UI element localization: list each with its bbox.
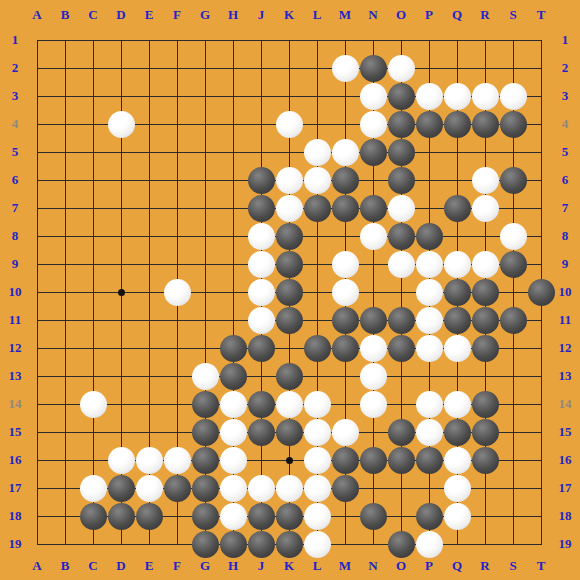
intersection-K18[interactable] bbox=[275, 502, 303, 530]
intersection-F1[interactable] bbox=[163, 26, 191, 54]
intersection-A8[interactable] bbox=[23, 222, 51, 250]
intersection-O9[interactable] bbox=[387, 250, 415, 278]
intersection-O16[interactable] bbox=[387, 446, 415, 474]
intersection-C13[interactable] bbox=[79, 362, 107, 390]
intersection-J19[interactable] bbox=[247, 530, 275, 558]
intersection-K7[interactable] bbox=[275, 194, 303, 222]
intersection-N11[interactable] bbox=[359, 306, 387, 334]
intersection-L17[interactable] bbox=[303, 474, 331, 502]
intersection-B11[interactable] bbox=[51, 306, 79, 334]
intersection-H6[interactable] bbox=[219, 166, 247, 194]
intersection-S10[interactable] bbox=[499, 278, 527, 306]
intersection-L3[interactable] bbox=[303, 82, 331, 110]
intersection-A9[interactable] bbox=[23, 250, 51, 278]
intersection-T17[interactable] bbox=[527, 474, 555, 502]
intersection-J10[interactable] bbox=[247, 278, 275, 306]
intersection-N15[interactable] bbox=[359, 418, 387, 446]
intersection-R8[interactable] bbox=[471, 222, 499, 250]
intersection-G13[interactable] bbox=[191, 362, 219, 390]
intersection-S18[interactable] bbox=[499, 502, 527, 530]
intersection-J18[interactable] bbox=[247, 502, 275, 530]
intersection-S3[interactable] bbox=[499, 82, 527, 110]
intersection-A16[interactable] bbox=[23, 446, 51, 474]
intersection-B19[interactable] bbox=[51, 530, 79, 558]
intersection-G7[interactable] bbox=[191, 194, 219, 222]
intersection-C9[interactable] bbox=[79, 250, 107, 278]
intersection-C2[interactable] bbox=[79, 54, 107, 82]
intersection-N7[interactable] bbox=[359, 194, 387, 222]
intersection-E6[interactable] bbox=[135, 166, 163, 194]
intersection-H11[interactable] bbox=[219, 306, 247, 334]
intersection-L5[interactable] bbox=[303, 138, 331, 166]
intersection-O10[interactable] bbox=[387, 278, 415, 306]
intersection-N6[interactable] bbox=[359, 166, 387, 194]
intersection-M12[interactable] bbox=[331, 334, 359, 362]
intersection-N18[interactable] bbox=[359, 502, 387, 530]
intersection-T14[interactable] bbox=[527, 390, 555, 418]
intersection-K14[interactable] bbox=[275, 390, 303, 418]
intersection-H7[interactable] bbox=[219, 194, 247, 222]
intersection-O1[interactable] bbox=[387, 26, 415, 54]
intersection-Q17[interactable] bbox=[443, 474, 471, 502]
intersection-M3[interactable] bbox=[331, 82, 359, 110]
intersection-F4[interactable] bbox=[163, 110, 191, 138]
intersection-R17[interactable] bbox=[471, 474, 499, 502]
intersection-B8[interactable] bbox=[51, 222, 79, 250]
intersection-S7[interactable] bbox=[499, 194, 527, 222]
intersection-A17[interactable] bbox=[23, 474, 51, 502]
intersection-M8[interactable] bbox=[331, 222, 359, 250]
intersection-K2[interactable] bbox=[275, 54, 303, 82]
intersection-K16[interactable] bbox=[275, 446, 303, 474]
intersection-D5[interactable] bbox=[107, 138, 135, 166]
intersection-T19[interactable] bbox=[527, 530, 555, 558]
intersection-H2[interactable] bbox=[219, 54, 247, 82]
intersection-E19[interactable] bbox=[135, 530, 163, 558]
intersection-L13[interactable] bbox=[303, 362, 331, 390]
intersection-O2[interactable] bbox=[387, 54, 415, 82]
intersection-C14[interactable] bbox=[79, 390, 107, 418]
intersection-J16[interactable] bbox=[247, 446, 275, 474]
intersection-R12[interactable] bbox=[471, 334, 499, 362]
intersection-F3[interactable] bbox=[163, 82, 191, 110]
intersection-H18[interactable] bbox=[219, 502, 247, 530]
intersection-S5[interactable] bbox=[499, 138, 527, 166]
intersection-D13[interactable] bbox=[107, 362, 135, 390]
intersection-F19[interactable] bbox=[163, 530, 191, 558]
intersection-A14[interactable] bbox=[23, 390, 51, 418]
intersection-D6[interactable] bbox=[107, 166, 135, 194]
intersection-C8[interactable] bbox=[79, 222, 107, 250]
intersection-L6[interactable] bbox=[303, 166, 331, 194]
intersection-Q3[interactable] bbox=[443, 82, 471, 110]
intersection-Q19[interactable] bbox=[443, 530, 471, 558]
intersection-O3[interactable] bbox=[387, 82, 415, 110]
intersection-Q10[interactable] bbox=[443, 278, 471, 306]
intersection-G8[interactable] bbox=[191, 222, 219, 250]
intersection-L15[interactable] bbox=[303, 418, 331, 446]
intersection-D19[interactable] bbox=[107, 530, 135, 558]
intersection-N3[interactable] bbox=[359, 82, 387, 110]
intersection-O6[interactable] bbox=[387, 166, 415, 194]
intersection-L10[interactable] bbox=[303, 278, 331, 306]
intersection-M11[interactable] bbox=[331, 306, 359, 334]
intersection-G11[interactable] bbox=[191, 306, 219, 334]
intersection-D10[interactable] bbox=[107, 278, 135, 306]
intersection-T6[interactable] bbox=[527, 166, 555, 194]
intersection-G9[interactable] bbox=[191, 250, 219, 278]
intersection-J7[interactable] bbox=[247, 194, 275, 222]
intersection-M14[interactable] bbox=[331, 390, 359, 418]
intersection-D18[interactable] bbox=[107, 502, 135, 530]
intersection-C3[interactable] bbox=[79, 82, 107, 110]
intersection-H8[interactable] bbox=[219, 222, 247, 250]
intersection-D14[interactable] bbox=[107, 390, 135, 418]
intersection-B12[interactable] bbox=[51, 334, 79, 362]
intersection-M17[interactable] bbox=[331, 474, 359, 502]
intersection-S9[interactable] bbox=[499, 250, 527, 278]
intersection-A3[interactable] bbox=[23, 82, 51, 110]
intersection-S16[interactable] bbox=[499, 446, 527, 474]
intersection-Q2[interactable] bbox=[443, 54, 471, 82]
intersection-F7[interactable] bbox=[163, 194, 191, 222]
intersection-E10[interactable] bbox=[135, 278, 163, 306]
intersection-B10[interactable] bbox=[51, 278, 79, 306]
intersection-K5[interactable] bbox=[275, 138, 303, 166]
intersection-B17[interactable] bbox=[51, 474, 79, 502]
intersection-D11[interactable] bbox=[107, 306, 135, 334]
intersection-E2[interactable] bbox=[135, 54, 163, 82]
intersection-F18[interactable] bbox=[163, 502, 191, 530]
intersection-J15[interactable] bbox=[247, 418, 275, 446]
intersection-D2[interactable] bbox=[107, 54, 135, 82]
intersection-E5[interactable] bbox=[135, 138, 163, 166]
intersection-A18[interactable] bbox=[23, 502, 51, 530]
intersection-J3[interactable] bbox=[247, 82, 275, 110]
intersection-T10[interactable] bbox=[527, 278, 555, 306]
intersection-P2[interactable] bbox=[415, 54, 443, 82]
intersection-T5[interactable] bbox=[527, 138, 555, 166]
intersection-J5[interactable] bbox=[247, 138, 275, 166]
intersection-M2[interactable] bbox=[331, 54, 359, 82]
intersection-M19[interactable] bbox=[331, 530, 359, 558]
intersection-P12[interactable] bbox=[415, 334, 443, 362]
intersection-E3[interactable] bbox=[135, 82, 163, 110]
intersection-N14[interactable] bbox=[359, 390, 387, 418]
intersection-F16[interactable] bbox=[163, 446, 191, 474]
intersection-H5[interactable] bbox=[219, 138, 247, 166]
intersection-J17[interactable] bbox=[247, 474, 275, 502]
intersection-T13[interactable] bbox=[527, 362, 555, 390]
intersection-J13[interactable] bbox=[247, 362, 275, 390]
intersection-Q6[interactable] bbox=[443, 166, 471, 194]
intersection-M4[interactable] bbox=[331, 110, 359, 138]
intersection-S12[interactable] bbox=[499, 334, 527, 362]
intersection-Q14[interactable] bbox=[443, 390, 471, 418]
intersection-L2[interactable] bbox=[303, 54, 331, 82]
intersection-C6[interactable] bbox=[79, 166, 107, 194]
intersection-N17[interactable] bbox=[359, 474, 387, 502]
intersection-O7[interactable] bbox=[387, 194, 415, 222]
intersection-R16[interactable] bbox=[471, 446, 499, 474]
intersection-M1[interactable] bbox=[331, 26, 359, 54]
intersection-C1[interactable] bbox=[79, 26, 107, 54]
intersection-A6[interactable] bbox=[23, 166, 51, 194]
intersection-P7[interactable] bbox=[415, 194, 443, 222]
intersection-K6[interactable] bbox=[275, 166, 303, 194]
intersection-R7[interactable] bbox=[471, 194, 499, 222]
intersection-S15[interactable] bbox=[499, 418, 527, 446]
intersection-B3[interactable] bbox=[51, 82, 79, 110]
intersection-B14[interactable] bbox=[51, 390, 79, 418]
intersection-N1[interactable] bbox=[359, 26, 387, 54]
intersection-T16[interactable] bbox=[527, 446, 555, 474]
intersection-C16[interactable] bbox=[79, 446, 107, 474]
intersection-Q4[interactable] bbox=[443, 110, 471, 138]
intersection-G15[interactable] bbox=[191, 418, 219, 446]
intersection-M16[interactable] bbox=[331, 446, 359, 474]
intersection-G19[interactable] bbox=[191, 530, 219, 558]
intersection-E15[interactable] bbox=[135, 418, 163, 446]
intersection-A12[interactable] bbox=[23, 334, 51, 362]
intersection-M7[interactable] bbox=[331, 194, 359, 222]
intersection-E11[interactable] bbox=[135, 306, 163, 334]
intersection-D15[interactable] bbox=[107, 418, 135, 446]
intersection-S4[interactable] bbox=[499, 110, 527, 138]
intersection-O15[interactable] bbox=[387, 418, 415, 446]
intersection-G18[interactable] bbox=[191, 502, 219, 530]
intersection-H1[interactable] bbox=[219, 26, 247, 54]
intersection-T4[interactable] bbox=[527, 110, 555, 138]
intersection-C12[interactable] bbox=[79, 334, 107, 362]
intersection-L14[interactable] bbox=[303, 390, 331, 418]
intersection-D9[interactable] bbox=[107, 250, 135, 278]
intersection-E13[interactable] bbox=[135, 362, 163, 390]
intersection-L4[interactable] bbox=[303, 110, 331, 138]
intersection-J6[interactable] bbox=[247, 166, 275, 194]
intersection-P19[interactable] bbox=[415, 530, 443, 558]
intersection-K8[interactable] bbox=[275, 222, 303, 250]
intersection-P1[interactable] bbox=[415, 26, 443, 54]
intersection-M9[interactable] bbox=[331, 250, 359, 278]
intersection-H10[interactable] bbox=[219, 278, 247, 306]
intersection-O18[interactable] bbox=[387, 502, 415, 530]
intersection-R18[interactable] bbox=[471, 502, 499, 530]
intersection-J4[interactable] bbox=[247, 110, 275, 138]
intersection-M10[interactable] bbox=[331, 278, 359, 306]
intersection-H9[interactable] bbox=[219, 250, 247, 278]
intersection-P9[interactable] bbox=[415, 250, 443, 278]
intersection-O11[interactable] bbox=[387, 306, 415, 334]
intersection-H17[interactable] bbox=[219, 474, 247, 502]
intersection-H16[interactable] bbox=[219, 446, 247, 474]
intersection-O5[interactable] bbox=[387, 138, 415, 166]
intersection-E16[interactable] bbox=[135, 446, 163, 474]
intersection-P3[interactable] bbox=[415, 82, 443, 110]
intersection-J12[interactable] bbox=[247, 334, 275, 362]
intersection-D17[interactable] bbox=[107, 474, 135, 502]
intersection-P8[interactable] bbox=[415, 222, 443, 250]
intersection-G17[interactable] bbox=[191, 474, 219, 502]
intersection-H12[interactable] bbox=[219, 334, 247, 362]
intersection-T7[interactable] bbox=[527, 194, 555, 222]
intersection-D7[interactable] bbox=[107, 194, 135, 222]
intersection-P5[interactable] bbox=[415, 138, 443, 166]
intersection-G16[interactable] bbox=[191, 446, 219, 474]
intersection-E4[interactable] bbox=[135, 110, 163, 138]
intersection-Q18[interactable] bbox=[443, 502, 471, 530]
intersection-K19[interactable] bbox=[275, 530, 303, 558]
intersection-O17[interactable] bbox=[387, 474, 415, 502]
intersection-F5[interactable] bbox=[163, 138, 191, 166]
intersection-P6[interactable] bbox=[415, 166, 443, 194]
intersection-R9[interactable] bbox=[471, 250, 499, 278]
intersection-T12[interactable] bbox=[527, 334, 555, 362]
intersection-H19[interactable] bbox=[219, 530, 247, 558]
intersection-L18[interactable] bbox=[303, 502, 331, 530]
intersection-M13[interactable] bbox=[331, 362, 359, 390]
intersection-B4[interactable] bbox=[51, 110, 79, 138]
intersection-A13[interactable] bbox=[23, 362, 51, 390]
intersection-A10[interactable] bbox=[23, 278, 51, 306]
intersection-P17[interactable] bbox=[415, 474, 443, 502]
intersection-N19[interactable] bbox=[359, 530, 387, 558]
intersection-K4[interactable] bbox=[275, 110, 303, 138]
intersection-R6[interactable] bbox=[471, 166, 499, 194]
intersection-B13[interactable] bbox=[51, 362, 79, 390]
intersection-K17[interactable] bbox=[275, 474, 303, 502]
intersection-D4[interactable] bbox=[107, 110, 135, 138]
intersection-F9[interactable] bbox=[163, 250, 191, 278]
intersection-L19[interactable] bbox=[303, 530, 331, 558]
intersection-L16[interactable] bbox=[303, 446, 331, 474]
intersection-F10[interactable] bbox=[163, 278, 191, 306]
intersection-F13[interactable] bbox=[163, 362, 191, 390]
intersection-S2[interactable] bbox=[499, 54, 527, 82]
intersection-C11[interactable] bbox=[79, 306, 107, 334]
intersection-J14[interactable] bbox=[247, 390, 275, 418]
intersection-L12[interactable] bbox=[303, 334, 331, 362]
intersection-D12[interactable] bbox=[107, 334, 135, 362]
intersection-G6[interactable] bbox=[191, 166, 219, 194]
intersection-F14[interactable] bbox=[163, 390, 191, 418]
intersection-F6[interactable] bbox=[163, 166, 191, 194]
intersection-C10[interactable] bbox=[79, 278, 107, 306]
intersection-D8[interactable] bbox=[107, 222, 135, 250]
intersection-R2[interactable] bbox=[471, 54, 499, 82]
intersection-T15[interactable] bbox=[527, 418, 555, 446]
intersection-G4[interactable] bbox=[191, 110, 219, 138]
intersection-G14[interactable] bbox=[191, 390, 219, 418]
intersection-T1[interactable] bbox=[527, 26, 555, 54]
intersection-K15[interactable] bbox=[275, 418, 303, 446]
intersection-F17[interactable] bbox=[163, 474, 191, 502]
intersection-O8[interactable] bbox=[387, 222, 415, 250]
intersection-L11[interactable] bbox=[303, 306, 331, 334]
intersection-D3[interactable] bbox=[107, 82, 135, 110]
intersection-S1[interactable] bbox=[499, 26, 527, 54]
intersection-K11[interactable] bbox=[275, 306, 303, 334]
intersection-P4[interactable] bbox=[415, 110, 443, 138]
intersection-G5[interactable] bbox=[191, 138, 219, 166]
intersection-D1[interactable] bbox=[107, 26, 135, 54]
intersection-M6[interactable] bbox=[331, 166, 359, 194]
intersection-Q7[interactable] bbox=[443, 194, 471, 222]
intersection-R5[interactable] bbox=[471, 138, 499, 166]
intersection-P14[interactable] bbox=[415, 390, 443, 418]
intersection-E1[interactable] bbox=[135, 26, 163, 54]
intersection-F12[interactable] bbox=[163, 334, 191, 362]
intersection-Q15[interactable] bbox=[443, 418, 471, 446]
intersection-E12[interactable] bbox=[135, 334, 163, 362]
intersection-C15[interactable] bbox=[79, 418, 107, 446]
intersection-S6[interactable] bbox=[499, 166, 527, 194]
intersection-Q1[interactable] bbox=[443, 26, 471, 54]
intersection-P11[interactable] bbox=[415, 306, 443, 334]
intersection-C7[interactable] bbox=[79, 194, 107, 222]
intersection-E14[interactable] bbox=[135, 390, 163, 418]
intersection-N5[interactable] bbox=[359, 138, 387, 166]
intersection-N2[interactable] bbox=[359, 54, 387, 82]
intersection-B18[interactable] bbox=[51, 502, 79, 530]
intersection-A2[interactable] bbox=[23, 54, 51, 82]
intersection-O12[interactable] bbox=[387, 334, 415, 362]
intersection-Q13[interactable] bbox=[443, 362, 471, 390]
intersection-H4[interactable] bbox=[219, 110, 247, 138]
intersection-B7[interactable] bbox=[51, 194, 79, 222]
intersection-N10[interactable] bbox=[359, 278, 387, 306]
intersection-H15[interactable] bbox=[219, 418, 247, 446]
intersection-Q11[interactable] bbox=[443, 306, 471, 334]
intersection-S11[interactable] bbox=[499, 306, 527, 334]
intersection-J8[interactable] bbox=[247, 222, 275, 250]
intersection-A1[interactable] bbox=[23, 26, 51, 54]
intersection-K12[interactable] bbox=[275, 334, 303, 362]
intersection-C5[interactable] bbox=[79, 138, 107, 166]
intersection-T2[interactable] bbox=[527, 54, 555, 82]
intersection-N13[interactable] bbox=[359, 362, 387, 390]
intersection-N8[interactable] bbox=[359, 222, 387, 250]
intersection-E17[interactable] bbox=[135, 474, 163, 502]
intersection-B16[interactable] bbox=[51, 446, 79, 474]
intersection-A19[interactable] bbox=[23, 530, 51, 558]
intersection-G2[interactable] bbox=[191, 54, 219, 82]
intersection-F11[interactable] bbox=[163, 306, 191, 334]
intersection-F8[interactable] bbox=[163, 222, 191, 250]
intersection-P16[interactable] bbox=[415, 446, 443, 474]
intersection-N9[interactable] bbox=[359, 250, 387, 278]
intersection-H3[interactable] bbox=[219, 82, 247, 110]
intersection-T9[interactable] bbox=[527, 250, 555, 278]
intersection-H14[interactable] bbox=[219, 390, 247, 418]
intersection-B15[interactable] bbox=[51, 418, 79, 446]
intersection-R4[interactable] bbox=[471, 110, 499, 138]
intersection-S19[interactable] bbox=[499, 530, 527, 558]
intersection-Q16[interactable] bbox=[443, 446, 471, 474]
intersection-G1[interactable] bbox=[191, 26, 219, 54]
intersection-S14[interactable] bbox=[499, 390, 527, 418]
intersection-D16[interactable] bbox=[107, 446, 135, 474]
intersection-R11[interactable] bbox=[471, 306, 499, 334]
intersection-L9[interactable] bbox=[303, 250, 331, 278]
intersection-Q8[interactable] bbox=[443, 222, 471, 250]
intersection-C4[interactable] bbox=[79, 110, 107, 138]
intersection-G3[interactable] bbox=[191, 82, 219, 110]
intersection-K1[interactable] bbox=[275, 26, 303, 54]
intersection-C18[interactable] bbox=[79, 502, 107, 530]
intersection-K10[interactable] bbox=[275, 278, 303, 306]
intersection-K9[interactable] bbox=[275, 250, 303, 278]
